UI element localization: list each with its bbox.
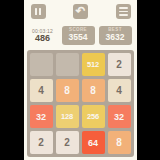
- game-2048-app: ↶ 00:03:12 486 SCORE 3554 BEST 3632 5122…: [24, 0, 137, 160]
- undo-icon: ↶: [75, 5, 85, 17]
- tile-4: 4: [30, 79, 53, 102]
- tile-8: 8: [82, 79, 105, 102]
- tile-8: 8: [108, 131, 131, 154]
- tile-2: 2: [56, 131, 79, 154]
- move-counter: 486: [35, 34, 50, 44]
- toolbar: ↶: [24, 0, 137, 19]
- tile-2: 2: [30, 131, 53, 154]
- tile-128: 128: [56, 105, 79, 128]
- undo-button[interactable]: ↶: [73, 4, 88, 19]
- pause-icon: [35, 8, 41, 15]
- stats-row: 00:03:12 486 SCORE 3554 BEST 3632: [24, 26, 137, 45]
- tile-4: 4: [108, 79, 131, 102]
- board-grid[interactable]: 51224884321282563222648: [27, 50, 134, 157]
- pause-button[interactable]: [31, 4, 46, 19]
- tile-32: 32: [108, 105, 131, 128]
- tile-512: 512: [82, 53, 105, 76]
- empty-cell: [30, 53, 53, 76]
- tile-64: 64: [82, 131, 105, 154]
- tile-2: 2: [108, 53, 131, 76]
- empty-cell: [56, 53, 79, 76]
- best-box: BEST 3632: [99, 26, 132, 45]
- tile-32: 32: [30, 105, 53, 128]
- tile-8: 8: [56, 79, 79, 102]
- timer-block: 00:03:12 486: [28, 26, 58, 45]
- best-value: 3632: [106, 33, 125, 42]
- menu-button[interactable]: [116, 4, 131, 19]
- score-box: SCORE 3554: [62, 26, 95, 45]
- score-value: 3554: [69, 33, 88, 42]
- tile-256: 256: [82, 105, 105, 128]
- menu-icon: [119, 7, 128, 16]
